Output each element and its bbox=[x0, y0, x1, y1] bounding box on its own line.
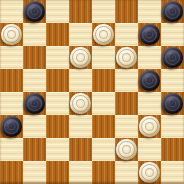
square-1-2[interactable] bbox=[46, 23, 69, 46]
black-man[interactable] bbox=[162, 93, 183, 114]
square-5-1 bbox=[23, 115, 46, 138]
square-3-3 bbox=[69, 69, 92, 92]
square-2-7[interactable] bbox=[161, 46, 184, 69]
black-man[interactable] bbox=[139, 70, 160, 91]
black-man[interactable] bbox=[162, 47, 183, 68]
square-5-0[interactable] bbox=[0, 115, 23, 138]
square-1-4[interactable] bbox=[92, 23, 115, 46]
square-0-2 bbox=[46, 0, 69, 23]
square-5-7 bbox=[161, 115, 184, 138]
black-man[interactable] bbox=[139, 24, 160, 45]
square-7-6[interactable] bbox=[138, 161, 161, 184]
square-5-3 bbox=[69, 115, 92, 138]
square-2-5[interactable] bbox=[115, 46, 138, 69]
white-man[interactable] bbox=[1, 24, 22, 45]
square-4-1[interactable] bbox=[23, 92, 46, 115]
square-0-7[interactable] bbox=[161, 0, 184, 23]
square-3-1 bbox=[23, 69, 46, 92]
square-5-4[interactable] bbox=[92, 115, 115, 138]
square-0-4 bbox=[92, 0, 115, 23]
square-5-6[interactable] bbox=[138, 115, 161, 138]
white-man[interactable] bbox=[70, 47, 91, 68]
square-2-4 bbox=[92, 46, 115, 69]
square-6-3[interactable] bbox=[69, 138, 92, 161]
square-0-5[interactable] bbox=[115, 0, 138, 23]
square-2-2 bbox=[46, 46, 69, 69]
square-4-2 bbox=[46, 92, 69, 115]
square-0-0 bbox=[0, 0, 23, 23]
square-6-2 bbox=[46, 138, 69, 161]
square-3-0[interactable] bbox=[0, 69, 23, 92]
black-man[interactable] bbox=[1, 116, 22, 137]
black-man[interactable] bbox=[162, 1, 183, 22]
square-7-1 bbox=[23, 161, 46, 184]
square-6-0 bbox=[0, 138, 23, 161]
square-4-7[interactable] bbox=[161, 92, 184, 115]
white-man[interactable] bbox=[116, 47, 137, 68]
square-2-0 bbox=[0, 46, 23, 69]
white-man[interactable] bbox=[116, 139, 137, 160]
white-man[interactable] bbox=[93, 24, 114, 45]
white-man[interactable] bbox=[139, 116, 160, 137]
square-7-7 bbox=[161, 161, 184, 184]
black-man[interactable] bbox=[24, 1, 45, 22]
square-5-2[interactable] bbox=[46, 115, 69, 138]
square-6-5[interactable] bbox=[115, 138, 138, 161]
square-2-6 bbox=[138, 46, 161, 69]
square-1-0[interactable] bbox=[0, 23, 23, 46]
square-3-4[interactable] bbox=[92, 69, 115, 92]
square-1-7 bbox=[161, 23, 184, 46]
square-3-6[interactable] bbox=[138, 69, 161, 92]
white-man[interactable] bbox=[139, 162, 160, 183]
square-5-5 bbox=[115, 115, 138, 138]
square-6-7[interactable] bbox=[161, 138, 184, 161]
square-1-5 bbox=[115, 23, 138, 46]
square-3-5 bbox=[115, 69, 138, 92]
square-7-2[interactable] bbox=[46, 161, 69, 184]
checkers-board bbox=[0, 0, 184, 184]
square-6-4 bbox=[92, 138, 115, 161]
square-4-0 bbox=[0, 92, 23, 115]
square-4-3[interactable] bbox=[69, 92, 92, 115]
square-4-5[interactable] bbox=[115, 92, 138, 115]
square-1-3 bbox=[69, 23, 92, 46]
square-4-4 bbox=[92, 92, 115, 115]
square-7-4[interactable] bbox=[92, 161, 115, 184]
square-6-6 bbox=[138, 138, 161, 161]
square-0-1[interactable] bbox=[23, 0, 46, 23]
square-3-7 bbox=[161, 69, 184, 92]
square-2-3[interactable] bbox=[69, 46, 92, 69]
square-2-1[interactable] bbox=[23, 46, 46, 69]
black-man[interactable] bbox=[24, 93, 45, 114]
square-7-3 bbox=[69, 161, 92, 184]
square-7-5 bbox=[115, 161, 138, 184]
square-4-6 bbox=[138, 92, 161, 115]
square-0-3[interactable] bbox=[69, 0, 92, 23]
square-3-2[interactable] bbox=[46, 69, 69, 92]
square-7-0[interactable] bbox=[0, 161, 23, 184]
square-0-6 bbox=[138, 0, 161, 23]
square-1-1 bbox=[23, 23, 46, 46]
white-man[interactable] bbox=[70, 93, 91, 114]
square-1-6[interactable] bbox=[138, 23, 161, 46]
square-6-1[interactable] bbox=[23, 138, 46, 161]
